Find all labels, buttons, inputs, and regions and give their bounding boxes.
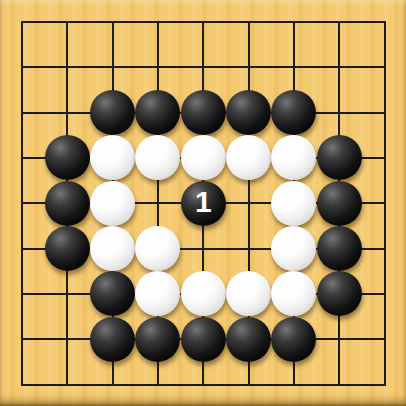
white-stone-r5c2	[90, 226, 135, 271]
white-stone-r4c2	[90, 181, 135, 226]
black-stone-r2c4	[181, 90, 226, 135]
white-stone-r6c5	[226, 271, 271, 316]
black-stone-r6c7	[317, 271, 362, 316]
black-stone-r7c2	[90, 317, 135, 362]
white-stone-r3c3	[135, 135, 180, 180]
white-stone-r6c6	[271, 271, 316, 316]
white-stone-r3c4	[181, 135, 226, 180]
white-stone-r4c6	[271, 181, 316, 226]
grid-line-vertical	[384, 21, 386, 386]
white-stone-r3c6	[271, 135, 316, 180]
black-stone-r2c6	[271, 90, 316, 135]
go-board[interactable]: 1	[0, 0, 406, 406]
black-stone-r7c6	[271, 317, 316, 362]
white-stone-r3c2	[90, 135, 135, 180]
black-stone-r7c3	[135, 317, 180, 362]
black-stone-r7c4	[181, 317, 226, 362]
black-stone-r2c3	[135, 90, 180, 135]
black-stone-r4c7	[317, 181, 362, 226]
black-stone-r3c1	[45, 135, 90, 180]
white-stone-r6c4	[181, 271, 226, 316]
black-stone-r4c1	[45, 181, 90, 226]
black-stone-r4c4: 1	[181, 181, 226, 226]
black-stone-r3c7	[317, 135, 362, 180]
white-stone-r5c6	[271, 226, 316, 271]
white-stone-r3c5	[226, 135, 271, 180]
go-diagram: 1	[0, 0, 406, 406]
black-stone-r7c5	[226, 317, 271, 362]
move-number-label: 1	[195, 187, 212, 217]
black-stone-r2c5	[226, 90, 271, 135]
black-stone-r6c2	[90, 271, 135, 316]
black-stone-r2c2	[90, 90, 135, 135]
black-stone-r5c7	[317, 226, 362, 271]
white-stone-r6c3	[135, 271, 180, 316]
white-stone-r5c3	[135, 226, 180, 271]
grid-line-horizontal	[21, 384, 386, 386]
black-stone-r5c1	[45, 226, 90, 271]
